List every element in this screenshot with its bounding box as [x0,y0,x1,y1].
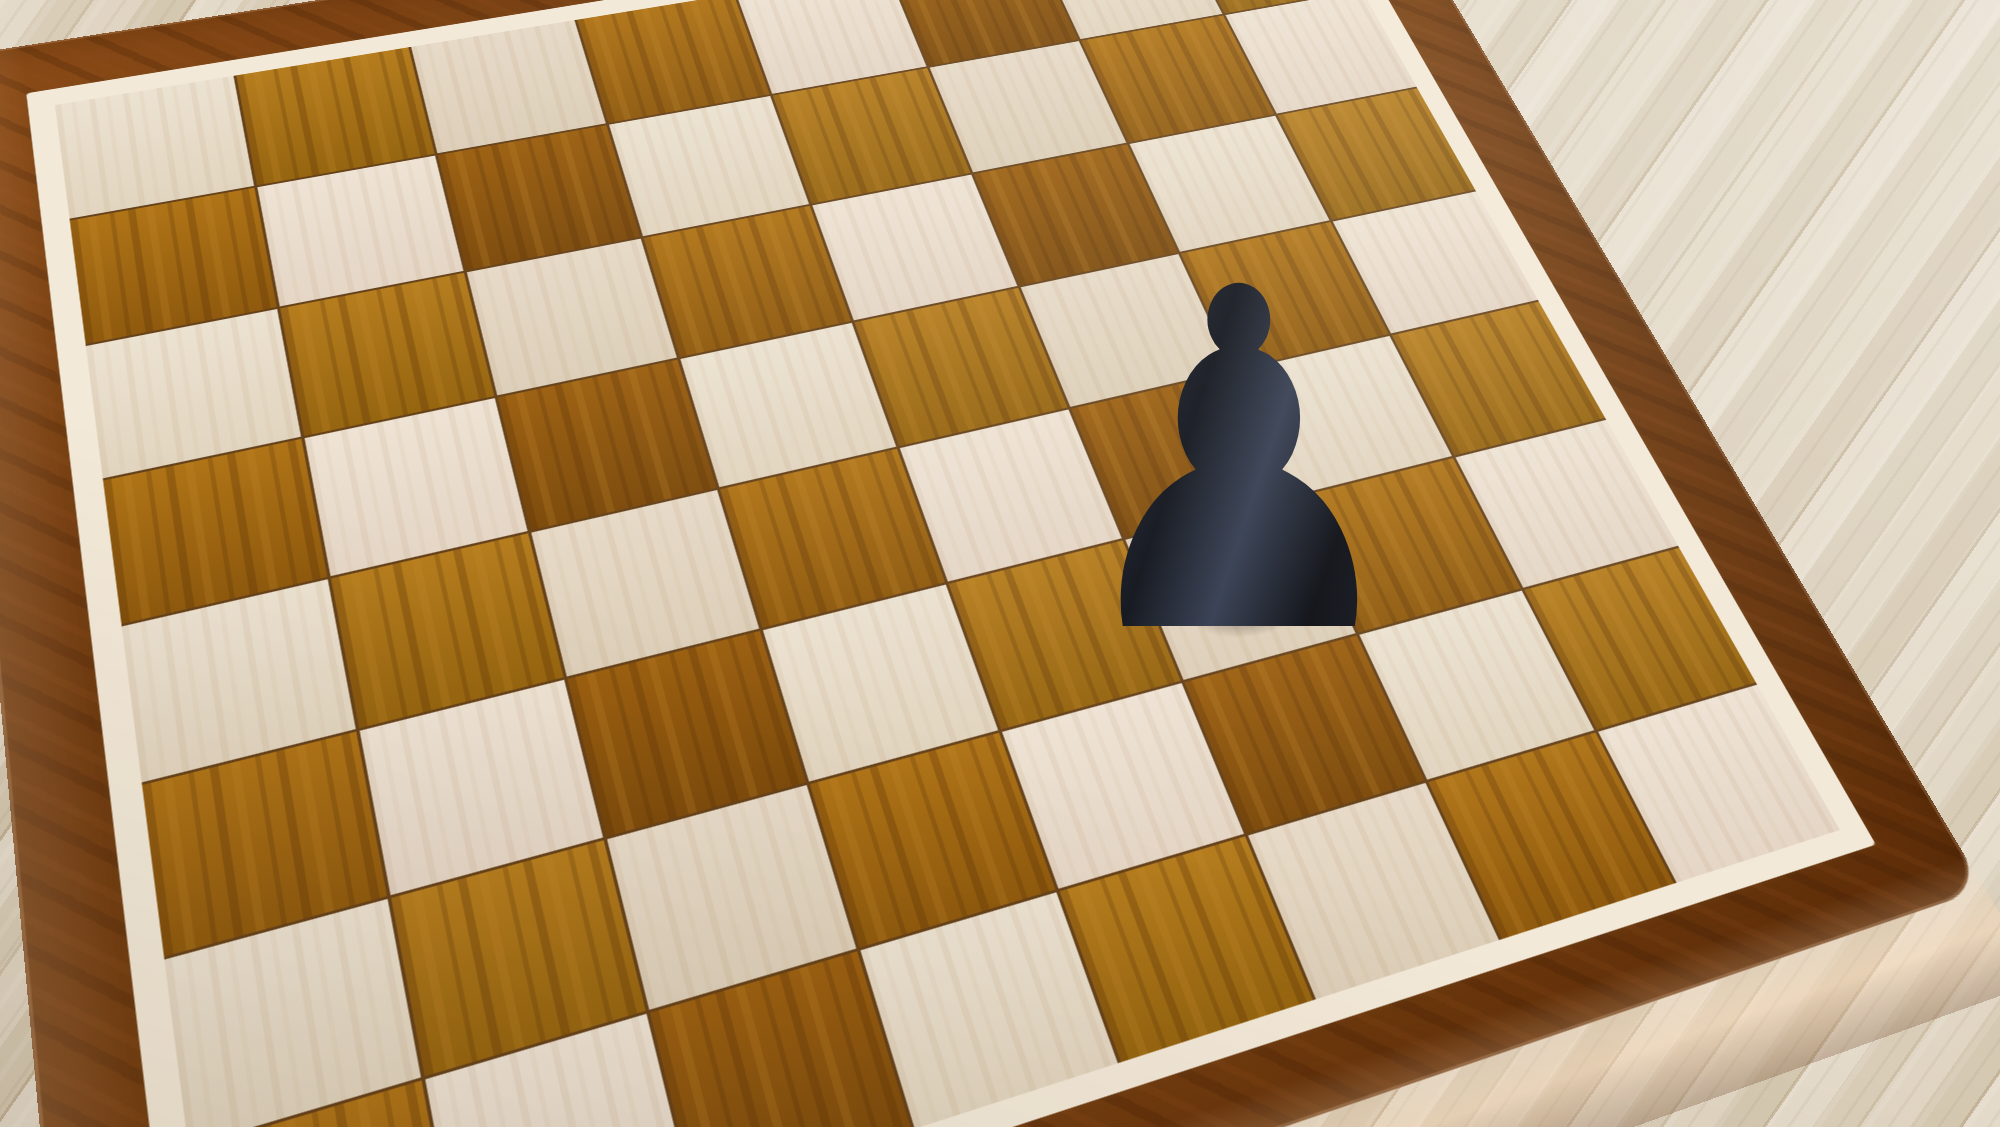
black-pawn[interactable]: ♟ [1062,229,1416,699]
scene: { "game": "chess", "board": { "files": [… [0,0,2000,1127]
chess-board [55,0,1840,1127]
